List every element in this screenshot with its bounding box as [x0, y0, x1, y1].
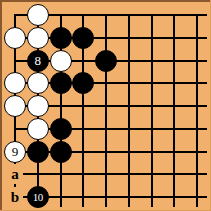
stone-black: [50, 141, 72, 163]
stone-white: [27, 95, 49, 117]
stone-white: [27, 4, 49, 26]
stone-white: [27, 118, 49, 140]
go-diagram: ab8910: [0, 0, 211, 211]
stone-white-9: 9: [4, 141, 26, 163]
stone-move-number: 10: [33, 192, 43, 203]
stone-white: [27, 27, 49, 49]
stone-black-10: 10: [27, 186, 49, 208]
grid-line-v-4: [105, 14, 107, 207]
stone-black: [50, 72, 72, 94]
point-label-a: a: [7, 164, 23, 184]
image-edge-bottom: [0, 210, 211, 211]
stone-move-number: 9: [12, 145, 19, 158]
grid-line-v-7: [173, 14, 175, 207]
stone-black: [50, 118, 72, 140]
stone-white: [4, 95, 26, 117]
grid-line-v-5: [128, 14, 130, 207]
point-label-b: b: [7, 187, 23, 207]
stone-black: [27, 141, 49, 163]
stone-black: [50, 27, 72, 49]
stone-white: [4, 72, 26, 94]
stone-black: [95, 50, 117, 72]
stone-white: [4, 27, 26, 49]
grid-line-h-7: [14, 173, 207, 175]
stone-black: [72, 27, 94, 49]
board-edge-top: [0, 0, 211, 2]
stone-white: [50, 50, 72, 72]
grid-line-v-6: [151, 14, 153, 207]
stone-black-8: 8: [27, 50, 49, 72]
stone-black: [72, 72, 94, 94]
image-edge-right: [210, 0, 211, 211]
grid-line-v-8: [196, 14, 198, 207]
board-edge-left: [0, 0, 2, 211]
stone-move-number: 8: [35, 54, 42, 67]
stone-white: [27, 72, 49, 94]
